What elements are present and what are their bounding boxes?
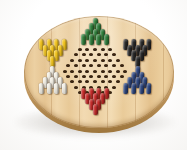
board-hole[interactable] <box>63 70 67 73</box>
board-hole[interactable] <box>74 53 78 56</box>
board-hole[interactable] <box>70 80 74 83</box>
board-hole[interactable] <box>108 70 112 73</box>
peg-green[interactable] <box>89 34 94 45</box>
board-hole[interactable] <box>120 75 124 78</box>
peg-white[interactable] <box>46 83 51 94</box>
board-hole[interactable] <box>85 80 89 83</box>
peg-blue[interactable] <box>139 83 144 94</box>
board-hole[interactable] <box>74 64 78 67</box>
board-hole[interactable] <box>66 75 70 78</box>
board-hole[interactable] <box>70 70 74 73</box>
board-hole[interactable] <box>108 80 112 83</box>
board-hole[interactable] <box>78 80 82 83</box>
peg-blue[interactable] <box>123 83 128 94</box>
board-hole[interactable] <box>82 64 86 67</box>
board-hole[interactable] <box>93 48 97 51</box>
board-hole[interactable] <box>93 59 97 62</box>
board-hole[interactable] <box>89 53 93 56</box>
board-hole[interactable] <box>82 75 86 78</box>
board-hole[interactable] <box>78 59 82 62</box>
board-hole[interactable] <box>112 64 116 67</box>
board-hole[interactable] <box>74 75 78 78</box>
board-hole[interactable] <box>108 48 112 51</box>
product-photo-scene <box>0 0 187 150</box>
board-hole[interactable] <box>74 86 78 89</box>
board-hole[interactable] <box>104 64 108 67</box>
board-hole[interactable] <box>70 59 74 62</box>
board-hole[interactable] <box>97 75 101 78</box>
board-hole[interactable] <box>85 48 89 51</box>
board-hole[interactable] <box>123 70 127 73</box>
board-hole[interactable] <box>101 70 105 73</box>
peg-green[interactable] <box>104 34 109 45</box>
board-hole[interactable] <box>120 64 124 67</box>
peg-white[interactable] <box>54 83 59 94</box>
board-hole[interactable] <box>78 48 82 51</box>
board-hole[interactable] <box>112 75 116 78</box>
peg-layer <box>0 0 187 150</box>
peg-green[interactable] <box>96 34 101 45</box>
board-hole[interactable] <box>101 48 105 51</box>
board-hole[interactable] <box>104 75 108 78</box>
peg-white[interactable] <box>38 82 44 93</box>
board-hole[interactable] <box>101 59 105 62</box>
board-hole[interactable] <box>112 86 116 89</box>
board-hole[interactable] <box>93 70 97 73</box>
board-hole[interactable] <box>112 53 116 56</box>
board-hole[interactable] <box>89 75 93 78</box>
board-hole[interactable] <box>85 70 89 73</box>
board-hole[interactable] <box>108 59 112 62</box>
board-hole[interactable] <box>97 53 101 56</box>
board-hole[interactable] <box>116 70 120 73</box>
board-hole[interactable] <box>66 64 70 67</box>
board-hole[interactable] <box>97 64 101 67</box>
board-hole[interactable] <box>78 70 82 73</box>
board-hole[interactable] <box>101 80 105 83</box>
board-hole[interactable] <box>82 53 86 56</box>
peg-blue[interactable] <box>131 83 136 94</box>
board-hole[interactable] <box>93 80 97 83</box>
board-hole[interactable] <box>85 59 89 62</box>
peg-white[interactable] <box>61 83 66 94</box>
board-hole[interactable] <box>116 59 120 62</box>
board-hole[interactable] <box>89 64 93 67</box>
peg-blue[interactable] <box>146 82 152 93</box>
peg-red[interactable] <box>93 104 98 115</box>
board-hole[interactable] <box>116 80 120 83</box>
peg-green[interactable] <box>81 34 86 45</box>
board-hole[interactable] <box>104 53 108 56</box>
